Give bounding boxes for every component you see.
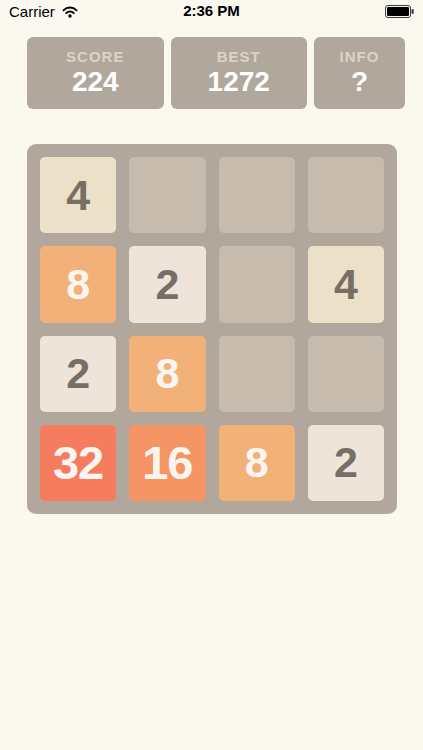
score-value: 224 — [72, 66, 119, 98]
status-time: 2:36 PM — [0, 0, 423, 22]
empty-cell — [129, 157, 205, 233]
info-label: INFO — [340, 48, 380, 66]
board[interactable]: 482428321682 — [27, 144, 397, 514]
app-screen: Carrier 2:36 PM SCORE 224 BEST — [0, 0, 423, 750]
tile-16: 16 — [129, 425, 205, 501]
empty-cell — [308, 336, 384, 412]
score-box: SCORE 224 — [27, 37, 164, 109]
status-bar: Carrier 2:36 PM — [0, 0, 423, 22]
tile-2: 2 — [308, 425, 384, 501]
empty-cell — [219, 246, 295, 322]
info-question-mark: ? — [351, 66, 368, 98]
tile-2: 2 — [129, 246, 205, 322]
tile-8: 8 — [40, 246, 116, 322]
tile-8: 8 — [219, 425, 295, 501]
empty-cell — [308, 157, 384, 233]
best-box: BEST 1272 — [171, 37, 308, 109]
best-label: BEST — [217, 48, 261, 66]
empty-cell — [219, 336, 295, 412]
tile-32: 32 — [40, 425, 116, 501]
tile-4: 4 — [308, 246, 384, 322]
tile-8: 8 — [129, 336, 205, 412]
best-value: 1272 — [208, 66, 270, 98]
empty-cell — [219, 157, 295, 233]
info-button[interactable]: INFO ? — [314, 37, 405, 109]
tile-2: 2 — [40, 336, 116, 412]
tile-4: 4 — [40, 157, 116, 233]
header: SCORE 224 BEST 1272 INFO ? — [27, 37, 405, 109]
score-label: SCORE — [66, 48, 124, 66]
